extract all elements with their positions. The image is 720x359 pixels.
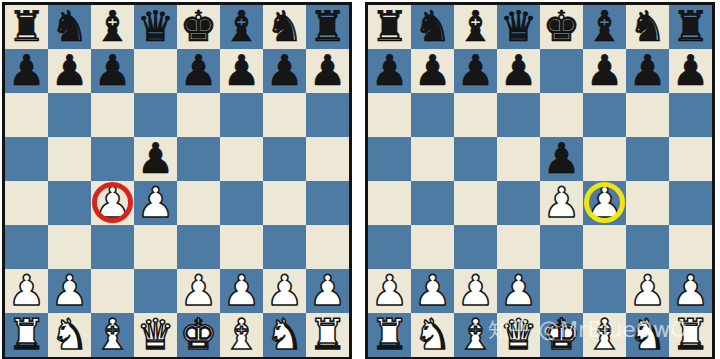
black-knight: ♞︎	[414, 5, 452, 49]
white-rook: ♜︎	[672, 313, 710, 357]
square-f4[interactable]: ♟︎	[583, 181, 626, 225]
white-rook: ♜︎	[371, 313, 409, 357]
square-c7[interactable]: ♟︎	[91, 49, 134, 93]
square-f2[interactable]	[583, 269, 626, 313]
square-c8[interactable]: ♝︎	[454, 5, 497, 49]
square-d7[interactable]	[134, 49, 177, 93]
black-queen: ♛︎	[137, 5, 175, 49]
square-b4[interactable]	[411, 181, 454, 225]
square-f7[interactable]: ♟︎	[583, 49, 626, 93]
square-e6[interactable]	[177, 93, 220, 137]
square-g1[interactable]: ♞︎	[263, 313, 306, 357]
square-a1[interactable]: ♜︎	[5, 313, 48, 357]
right-chessboard: ♜︎♞︎♝︎♛︎♚︎♝︎♞︎♜︎♟︎♟︎♟︎♟︎♟︎♟︎♟︎♟︎♟︎♟︎♟︎♟︎…	[365, 2, 715, 359]
square-e5[interactable]: ♟︎	[540, 137, 583, 181]
square-a5[interactable]	[368, 137, 411, 181]
square-b6[interactable]	[411, 93, 454, 137]
square-e1[interactable]: ♚︎	[540, 313, 583, 357]
white-bishop: ♝︎	[457, 313, 495, 357]
white-pawn: ♟︎	[371, 269, 409, 313]
square-e4[interactable]: ♟︎	[540, 181, 583, 225]
square-c8[interactable]: ♝︎	[91, 5, 134, 49]
square-c2[interactable]	[91, 269, 134, 313]
white-pawn: ♟︎	[629, 269, 667, 313]
square-h8[interactable]: ♜︎	[669, 5, 712, 49]
black-bishop: ♝︎	[586, 5, 624, 49]
square-h2[interactable]: ♟︎	[669, 269, 712, 313]
square-b3[interactable]	[48, 225, 91, 269]
black-pawn: ♟︎	[94, 49, 132, 93]
black-pawn: ♟︎	[8, 49, 46, 93]
square-b1[interactable]: ♞︎	[411, 313, 454, 357]
square-f7[interactable]: ♟︎	[220, 49, 263, 93]
square-d2[interactable]: ♟︎	[497, 269, 540, 313]
square-b2[interactable]: ♟︎	[411, 269, 454, 313]
square-e5[interactable]	[177, 137, 220, 181]
square-g7[interactable]: ♟︎	[263, 49, 306, 93]
square-h4[interactable]	[306, 181, 349, 225]
square-f8[interactable]: ♝︎	[583, 5, 626, 49]
black-pawn: ♟︎	[266, 49, 304, 93]
square-e3[interactable]	[540, 225, 583, 269]
square-d4[interactable]	[497, 181, 540, 225]
black-knight: ♞︎	[629, 5, 667, 49]
square-a3[interactable]	[368, 225, 411, 269]
black-pawn: ♟︎	[371, 49, 409, 93]
square-h1[interactable]: ♜︎	[669, 313, 712, 357]
square-a4[interactable]	[5, 181, 48, 225]
square-h2[interactable]: ♟︎	[306, 269, 349, 313]
square-g8[interactable]: ♞︎	[626, 5, 669, 49]
white-knight: ♞︎	[51, 313, 89, 357]
two-board-opening-comparison: ♜︎♞︎♝︎♛︎♚︎♝︎♞︎♜︎♟︎♟︎♟︎♟︎♟︎♟︎♟︎♟︎♟︎♟︎♟︎♟︎…	[0, 0, 720, 359]
square-a4[interactable]	[368, 181, 411, 225]
black-knight: ♞︎	[266, 5, 304, 49]
square-a6[interactable]	[368, 93, 411, 137]
square-c7[interactable]: ♟︎	[454, 49, 497, 93]
white-pawn: ♟︎	[137, 181, 175, 225]
square-f8[interactable]: ♝︎	[220, 5, 263, 49]
square-b4[interactable]	[48, 181, 91, 225]
black-pawn: ♟︎	[672, 49, 710, 93]
black-bishop: ♝︎	[457, 5, 495, 49]
white-pawn: ♟︎	[51, 269, 89, 313]
square-b5[interactable]	[411, 137, 454, 181]
square-d6[interactable]	[134, 93, 177, 137]
square-h6[interactable]	[306, 93, 349, 137]
square-c5[interactable]	[454, 137, 497, 181]
square-b8[interactable]: ♞︎	[411, 5, 454, 49]
square-d4[interactable]: ♟︎	[134, 181, 177, 225]
square-h4[interactable]	[669, 181, 712, 225]
square-g4[interactable]	[263, 181, 306, 225]
black-rook: ♜︎	[371, 5, 409, 49]
white-pawn: ♟︎	[672, 269, 710, 313]
square-e6[interactable]	[540, 93, 583, 137]
square-f3[interactable]	[583, 225, 626, 269]
square-e7[interactable]: ♟︎	[177, 49, 220, 93]
square-f4[interactable]	[220, 181, 263, 225]
white-pawn: ♟︎	[586, 181, 624, 225]
square-f5[interactable]	[583, 137, 626, 181]
white-queen: ♛︎	[500, 313, 538, 357]
square-e2[interactable]: ♟︎	[177, 269, 220, 313]
square-h6[interactable]	[669, 93, 712, 137]
white-king: ♚︎	[543, 313, 581, 357]
square-d7[interactable]: ♟︎	[497, 49, 540, 93]
square-g5[interactable]	[626, 137, 669, 181]
square-a7[interactable]: ♟︎	[368, 49, 411, 93]
square-d5[interactable]: ♟︎	[134, 137, 177, 181]
white-bishop: ♝︎	[223, 313, 261, 357]
square-h3[interactable]	[669, 225, 712, 269]
square-f6[interactable]	[220, 93, 263, 137]
square-e3[interactable]	[177, 225, 220, 269]
white-king: ♚︎	[180, 313, 218, 357]
black-pawn: ♟︎	[223, 49, 261, 93]
square-b6[interactable]	[48, 93, 91, 137]
black-pawn: ♟︎	[137, 137, 175, 181]
square-f1[interactable]: ♝︎	[220, 313, 263, 357]
square-f6[interactable]	[583, 93, 626, 137]
white-pawn: ♟︎	[309, 269, 347, 313]
square-h3[interactable]	[306, 225, 349, 269]
square-g3[interactable]	[263, 225, 306, 269]
square-h8[interactable]: ♜︎	[306, 5, 349, 49]
white-knight: ♞︎	[629, 313, 667, 357]
square-g4[interactable]	[626, 181, 669, 225]
white-rook: ♜︎	[309, 313, 347, 357]
square-h7[interactable]: ♟︎	[306, 49, 349, 93]
black-bishop: ♝︎	[223, 5, 261, 49]
square-e8[interactable]: ♚︎	[177, 5, 220, 49]
white-pawn: ♟︎	[543, 181, 581, 225]
square-d8[interactable]: ♛︎	[134, 5, 177, 49]
white-knight: ♞︎	[266, 313, 304, 357]
black-pawn: ♟︎	[309, 49, 347, 93]
square-c1[interactable]: ♝︎	[91, 313, 134, 357]
square-g3[interactable]	[626, 225, 669, 269]
square-d3[interactable]	[134, 225, 177, 269]
square-c2[interactable]: ♟︎	[454, 269, 497, 313]
square-c4[interactable]: ♟︎	[91, 181, 134, 225]
square-e7[interactable]	[540, 49, 583, 93]
black-knight: ♞︎	[51, 5, 89, 49]
square-a8[interactable]: ♜︎	[5, 5, 48, 49]
square-a5[interactable]	[5, 137, 48, 181]
square-f5[interactable]	[220, 137, 263, 181]
square-c6[interactable]	[454, 93, 497, 137]
square-h1[interactable]: ♜︎	[306, 313, 349, 357]
square-c6[interactable]	[91, 93, 134, 137]
square-e4[interactable]	[177, 181, 220, 225]
white-pawn: ♟︎	[457, 269, 495, 313]
black-pawn: ♟︎	[180, 49, 218, 93]
square-d5[interactable]	[497, 137, 540, 181]
square-g5[interactable]	[263, 137, 306, 181]
black-pawn: ♟︎	[629, 49, 667, 93]
square-b8[interactable]: ♞︎	[48, 5, 91, 49]
square-a7[interactable]: ♟︎	[5, 49, 48, 93]
square-a2[interactable]: ♟︎	[5, 269, 48, 313]
square-b7[interactable]: ♟︎	[411, 49, 454, 93]
square-d3[interactable]	[497, 225, 540, 269]
square-d8[interactable]: ♛︎	[497, 5, 540, 49]
black-pawn: ♟︎	[414, 49, 452, 93]
white-bishop: ♝︎	[94, 313, 132, 357]
square-b7[interactable]: ♟︎	[48, 49, 91, 93]
square-b2[interactable]: ♟︎	[48, 269, 91, 313]
black-pawn: ♟︎	[543, 137, 581, 181]
black-king: ♚︎	[543, 5, 581, 49]
white-pawn: ♟︎	[223, 269, 261, 313]
left-chessboard: ♜︎♞︎♝︎♛︎♚︎♝︎♞︎♜︎♟︎♟︎♟︎♟︎♟︎♟︎♟︎♟︎♟︎♟︎♟︎♟︎…	[2, 2, 352, 359]
black-rook: ♜︎	[8, 5, 46, 49]
square-c4[interactable]	[454, 181, 497, 225]
square-e8[interactable]: ♚︎	[540, 5, 583, 49]
square-a1[interactable]: ♜︎	[368, 313, 411, 357]
black-rook: ♜︎	[309, 5, 347, 49]
black-pawn: ♟︎	[457, 49, 495, 93]
square-g2[interactable]: ♟︎	[626, 269, 669, 313]
square-c3[interactable]	[454, 225, 497, 269]
white-knight: ♞︎	[414, 313, 452, 357]
square-h7[interactable]: ♟︎	[669, 49, 712, 93]
square-g6[interactable]	[626, 93, 669, 137]
square-g2[interactable]: ♟︎	[263, 269, 306, 313]
square-f2[interactable]: ♟︎	[220, 269, 263, 313]
square-a2[interactable]: ♟︎	[368, 269, 411, 313]
black-queen: ♛︎	[500, 5, 538, 49]
square-d2[interactable]	[134, 269, 177, 313]
square-h5[interactable]	[669, 137, 712, 181]
square-b5[interactable]	[48, 137, 91, 181]
white-pawn: ♟︎	[500, 269, 538, 313]
square-a8[interactable]: ♜︎	[368, 5, 411, 49]
white-rook: ♜︎	[8, 313, 46, 357]
white-bishop: ♝︎	[586, 313, 624, 357]
black-rook: ♜︎	[672, 5, 710, 49]
black-pawn: ♟︎	[586, 49, 624, 93]
square-a6[interactable]	[5, 93, 48, 137]
square-b1[interactable]: ♞︎	[48, 313, 91, 357]
square-a3[interactable]	[5, 225, 48, 269]
white-pawn: ♟︎	[94, 181, 132, 225]
black-bishop: ♝︎	[94, 5, 132, 49]
square-h5[interactable]	[306, 137, 349, 181]
white-pawn: ♟︎	[414, 269, 452, 313]
black-pawn: ♟︎	[51, 49, 89, 93]
black-pawn: ♟︎	[500, 49, 538, 93]
square-c1[interactable]: ♝︎	[454, 313, 497, 357]
square-f3[interactable]	[220, 225, 263, 269]
square-e2[interactable]	[540, 269, 583, 313]
square-g8[interactable]: ♞︎	[263, 5, 306, 49]
square-c5[interactable]	[91, 137, 134, 181]
square-e1[interactable]: ♚︎	[177, 313, 220, 357]
white-pawn: ♟︎	[266, 269, 304, 313]
square-d1[interactable]: ♛︎	[497, 313, 540, 357]
square-b3[interactable]	[411, 225, 454, 269]
square-g1[interactable]: ♞︎	[626, 313, 669, 357]
square-d1[interactable]: ♛︎	[134, 313, 177, 357]
black-king: ♚︎	[180, 5, 218, 49]
white-queen: ♛︎	[137, 313, 175, 357]
white-pawn: ♟︎	[8, 269, 46, 313]
square-d6[interactable]	[497, 93, 540, 137]
square-g6[interactable]	[263, 93, 306, 137]
white-pawn: ♟︎	[180, 269, 218, 313]
square-g7[interactable]: ♟︎	[626, 49, 669, 93]
square-f1[interactable]: ♝︎	[583, 313, 626, 357]
square-c3[interactable]	[91, 225, 134, 269]
